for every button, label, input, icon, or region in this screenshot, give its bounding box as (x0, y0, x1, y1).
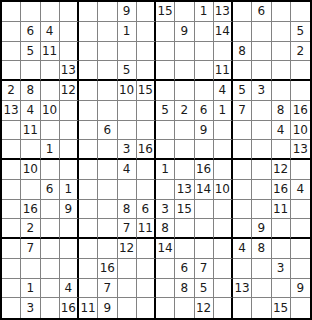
cell-r11c13[interactable] (233, 200, 252, 220)
cell-r15c8[interactable] (137, 279, 156, 299)
cell-r8c3[interactable]: 1 (41, 140, 60, 160)
cell-r16c13[interactable] (233, 298, 252, 318)
cell-r6c1[interactable]: 13 (2, 101, 21, 121)
cell-r3c16[interactable]: 2 (291, 42, 310, 62)
cell-r10c14[interactable] (252, 180, 271, 200)
cell-r4c13[interactable] (233, 61, 252, 81)
cell-r7c7[interactable] (118, 121, 137, 141)
cell-r6c2[interactable]: 4 (21, 101, 40, 121)
cell-r16c4[interactable]: 16 (60, 298, 79, 318)
cell-r14c11[interactable]: 7 (195, 259, 214, 279)
cell-r11c2[interactable]: 16 (21, 200, 40, 220)
cell-r1c1[interactable] (2, 2, 21, 22)
cell-r12c16[interactable] (291, 219, 310, 239)
cell-r15c4[interactable]: 4 (60, 279, 79, 299)
cell-r7c12[interactable] (214, 121, 233, 141)
cell-r7c1[interactable] (2, 121, 21, 141)
cell-r8c6[interactable] (98, 140, 117, 160)
cell-r16c3[interactable] (41, 298, 60, 318)
cell-r5c3[interactable] (41, 81, 60, 101)
cell-r15c10[interactable]: 8 (175, 279, 194, 299)
cell-r9c11[interactable]: 16 (195, 160, 214, 180)
cell-r16c16[interactable] (291, 298, 310, 318)
cell-r9c6[interactable] (98, 160, 117, 180)
cell-r8c9[interactable] (156, 140, 175, 160)
cell-r13c13[interactable]: 4 (233, 239, 252, 259)
cell-r3c8[interactable] (137, 42, 156, 62)
cell-r9c16[interactable] (291, 160, 310, 180)
cell-r1c9[interactable]: 15 (156, 2, 175, 22)
cell-r10c1[interactable] (2, 180, 21, 200)
cell-r3c5[interactable] (79, 42, 98, 62)
cell-r14c6[interactable]: 16 (98, 259, 117, 279)
cell-r12c7[interactable]: 7 (118, 219, 137, 239)
cell-r4c2[interactable] (21, 61, 40, 81)
cell-r14c2[interactable] (21, 259, 40, 279)
cell-r10c10[interactable]: 13 (175, 180, 194, 200)
cell-r13c8[interactable] (137, 239, 156, 259)
cell-r16c5[interactable]: 11 (79, 298, 98, 318)
cell-r15c11[interactable]: 5 (195, 279, 214, 299)
cell-r15c9[interactable] (156, 279, 175, 299)
cell-r8c10[interactable] (175, 140, 194, 160)
cell-r4c12[interactable]: 11 (214, 61, 233, 81)
cell-r10c11[interactable]: 14 (195, 180, 214, 200)
cell-r4c5[interactable] (79, 61, 98, 81)
cell-r3c4[interactable] (60, 42, 79, 62)
cell-r4c7[interactable]: 5 (118, 61, 137, 81)
cell-r4c14[interactable] (252, 61, 271, 81)
cell-r10c5[interactable] (79, 180, 98, 200)
cell-r16c1[interactable] (2, 298, 21, 318)
cell-r2c14[interactable] (252, 22, 271, 42)
cell-r3c6[interactable] (98, 42, 117, 62)
cell-r1c5[interactable] (79, 2, 98, 22)
cell-r11c11[interactable] (195, 200, 214, 220)
cell-r10c2[interactable] (21, 180, 40, 200)
cell-r11c4[interactable]: 9 (60, 200, 79, 220)
cell-r5c4[interactable]: 12 (60, 81, 79, 101)
cell-r7c10[interactable] (175, 121, 194, 141)
cell-r3c12[interactable] (214, 42, 233, 62)
cell-r6c3[interactable]: 10 (41, 101, 60, 121)
cell-r8c1[interactable] (2, 140, 21, 160)
cell-r13c16[interactable] (291, 239, 310, 259)
cell-r1c11[interactable]: 1 (195, 2, 214, 22)
cell-r8c14[interactable] (252, 140, 271, 160)
cell-r15c13[interactable]: 13 (233, 279, 252, 299)
cell-r14c10[interactable]: 6 (175, 259, 194, 279)
cell-r6c4[interactable] (60, 101, 79, 121)
cell-r4c1[interactable] (2, 61, 21, 81)
cell-r2c11[interactable] (195, 22, 214, 42)
cell-r6c16[interactable]: 16 (291, 101, 310, 121)
cell-r16c10[interactable] (175, 298, 194, 318)
cell-r12c3[interactable] (41, 219, 60, 239)
cell-r3c2[interactable]: 5 (21, 42, 40, 62)
cell-r12c8[interactable]: 11 (137, 219, 156, 239)
cell-r2c10[interactable]: 9 (175, 22, 194, 42)
cell-r13c9[interactable]: 14 (156, 239, 175, 259)
cell-r9c14[interactable] (252, 160, 271, 180)
cell-r4c16[interactable] (291, 61, 310, 81)
cell-r11c8[interactable]: 6 (137, 200, 156, 220)
cell-r11c14[interactable] (252, 200, 271, 220)
cell-r5c10[interactable] (175, 81, 194, 101)
cell-r11c9[interactable]: 3 (156, 200, 175, 220)
cell-r16c8[interactable] (137, 298, 156, 318)
cell-r9c4[interactable] (60, 160, 79, 180)
cell-r7c14[interactable] (252, 121, 271, 141)
cell-r16c12[interactable] (214, 298, 233, 318)
cell-r5c13[interactable]: 5 (233, 81, 252, 101)
cell-r8c7[interactable]: 3 (118, 140, 137, 160)
cell-r16c2[interactable]: 3 (21, 298, 40, 318)
cell-r16c15[interactable]: 15 (272, 298, 291, 318)
cell-r3c10[interactable] (175, 42, 194, 62)
cell-r6c6[interactable] (98, 101, 117, 121)
cell-r13c12[interactable] (214, 239, 233, 259)
cell-r15c15[interactable] (272, 279, 291, 299)
cell-r11c7[interactable]: 8 (118, 200, 137, 220)
cell-r7c5[interactable] (79, 121, 98, 141)
cell-r4c3[interactable] (41, 61, 60, 81)
cell-r2c3[interactable]: 4 (41, 22, 60, 42)
cell-r11c16[interactable] (291, 200, 310, 220)
cell-r2c15[interactable] (272, 22, 291, 42)
cell-r5c6[interactable] (98, 81, 117, 101)
cell-r14c5[interactable] (79, 259, 98, 279)
cell-r1c10[interactable] (175, 2, 194, 22)
sudoku-board: 9151136641914551182135112812101545313410… (0, 0, 312, 320)
cell-r8c15[interactable] (272, 140, 291, 160)
cell-r9c8[interactable] (137, 160, 156, 180)
cell-r2c5[interactable] (79, 22, 98, 42)
cell-r14c16[interactable] (291, 259, 310, 279)
cell-r5c12[interactable]: 4 (214, 81, 233, 101)
cell-r4c6[interactable] (98, 61, 117, 81)
cell-r2c13[interactable] (233, 22, 252, 42)
cell-r1c3[interactable] (41, 2, 60, 22)
cell-r4c10[interactable] (175, 61, 194, 81)
cell-r10c13[interactable] (233, 180, 252, 200)
cell-r10c6[interactable] (98, 180, 117, 200)
cell-r10c7[interactable] (118, 180, 137, 200)
cell-r7c16[interactable]: 10 (291, 121, 310, 141)
cell-r13c3[interactable] (41, 239, 60, 259)
cell-r12c15[interactable] (272, 219, 291, 239)
cell-r6c8[interactable] (137, 101, 156, 121)
cell-r5c15[interactable] (272, 81, 291, 101)
cell-r6c5[interactable] (79, 101, 98, 121)
cell-r13c10[interactable] (175, 239, 194, 259)
cell-r16c7[interactable] (118, 298, 137, 318)
cell-r7c4[interactable] (60, 121, 79, 141)
cell-r2c7[interactable]: 1 (118, 22, 137, 42)
cell-r14c3[interactable] (41, 259, 60, 279)
cell-r6c10[interactable]: 2 (175, 101, 194, 121)
cell-r14c8[interactable] (137, 259, 156, 279)
cell-r6c12[interactable]: 1 (214, 101, 233, 121)
cell-r16c6[interactable]: 9 (98, 298, 117, 318)
cell-r1c13[interactable] (233, 2, 252, 22)
cell-r14c1[interactable] (2, 259, 21, 279)
cell-r6c7[interactable] (118, 101, 137, 121)
cell-r9c7[interactable]: 4 (118, 160, 137, 180)
cell-r3c3[interactable]: 11 (41, 42, 60, 62)
cell-r6c11[interactable]: 6 (195, 101, 214, 121)
cell-r3c11[interactable] (195, 42, 214, 62)
cell-r12c13[interactable] (233, 219, 252, 239)
cell-r15c1[interactable] (2, 279, 21, 299)
cell-r11c1[interactable] (2, 200, 21, 220)
cell-r12c11[interactable] (195, 219, 214, 239)
cell-r10c9[interactable] (156, 180, 175, 200)
cell-r5c8[interactable]: 15 (137, 81, 156, 101)
cell-r16c14[interactable] (252, 298, 271, 318)
cell-r8c8[interactable]: 16 (137, 140, 156, 160)
cell-r1c7[interactable]: 9 (118, 2, 137, 22)
cell-r2c9[interactable] (156, 22, 175, 42)
cell-r2c2[interactable]: 6 (21, 22, 40, 42)
cell-r10c3[interactable]: 6 (41, 180, 60, 200)
cell-r16c9[interactable] (156, 298, 175, 318)
cell-r13c11[interactable] (195, 239, 214, 259)
cell-r13c7[interactable]: 12 (118, 239, 137, 259)
cell-r1c8[interactable] (137, 2, 156, 22)
cell-r11c12[interactable] (214, 200, 233, 220)
cell-r7c9[interactable] (156, 121, 175, 141)
cell-r14c13[interactable] (233, 259, 252, 279)
cell-r13c15[interactable] (272, 239, 291, 259)
cell-r4c11[interactable] (195, 61, 214, 81)
cell-r15c5[interactable] (79, 279, 98, 299)
cell-r9c3[interactable] (41, 160, 60, 180)
cell-r10c8[interactable] (137, 180, 156, 200)
cell-r5c16[interactable] (291, 81, 310, 101)
cell-r2c16[interactable]: 5 (291, 22, 310, 42)
cell-r13c5[interactable] (79, 239, 98, 259)
cell-r1c12[interactable]: 13 (214, 2, 233, 22)
cell-r1c2[interactable] (21, 2, 40, 22)
cell-r7c6[interactable]: 6 (98, 121, 117, 141)
cell-r8c2[interactable] (21, 140, 40, 160)
cell-r4c9[interactable] (156, 61, 175, 81)
cell-r6c13[interactable]: 7 (233, 101, 252, 121)
cell-r3c15[interactable] (272, 42, 291, 62)
cell-r13c4[interactable] (60, 239, 79, 259)
cell-r1c16[interactable] (291, 2, 310, 22)
cell-r3c7[interactable] (118, 42, 137, 62)
cell-r7c15[interactable]: 4 (272, 121, 291, 141)
cell-r1c6[interactable] (98, 2, 117, 22)
cell-r11c10[interactable]: 15 (175, 200, 194, 220)
cell-r7c8[interactable] (137, 121, 156, 141)
cell-r13c1[interactable] (2, 239, 21, 259)
cell-r15c14[interactable] (252, 279, 271, 299)
cell-r9c10[interactable] (175, 160, 194, 180)
cell-r2c6[interactable] (98, 22, 117, 42)
cell-r11c5[interactable] (79, 200, 98, 220)
cell-r16c11[interactable]: 12 (195, 298, 214, 318)
cell-r9c15[interactable]: 12 (272, 160, 291, 180)
cell-r10c4[interactable]: 1 (60, 180, 79, 200)
cell-r4c4[interactable]: 13 (60, 61, 79, 81)
cell-r8c12[interactable] (214, 140, 233, 160)
cell-r11c3[interactable] (41, 200, 60, 220)
cell-r11c15[interactable]: 11 (272, 200, 291, 220)
cell-r12c6[interactable] (98, 219, 117, 239)
cell-r3c13[interactable]: 8 (233, 42, 252, 62)
cell-r2c1[interactable] (2, 22, 21, 42)
cell-r12c1[interactable] (2, 219, 21, 239)
cell-r1c15[interactable] (272, 2, 291, 22)
cell-r15c16[interactable]: 9 (291, 279, 310, 299)
cell-r6c14[interactable] (252, 101, 271, 121)
cell-r3c14[interactable] (252, 42, 271, 62)
cell-r12c5[interactable] (79, 219, 98, 239)
cell-r15c7[interactable] (118, 279, 137, 299)
cell-r5c2[interactable]: 8 (21, 81, 40, 101)
cell-r10c16[interactable]: 4 (291, 180, 310, 200)
cell-r5c9[interactable] (156, 81, 175, 101)
cell-r8c5[interactable] (79, 140, 98, 160)
cell-r12c4[interactable] (60, 219, 79, 239)
cell-r6c9[interactable]: 5 (156, 101, 175, 121)
cell-r4c15[interactable] (272, 61, 291, 81)
cell-r9c2[interactable]: 10 (21, 160, 40, 180)
cell-r15c3[interactable] (41, 279, 60, 299)
cell-r13c2[interactable]: 7 (21, 239, 40, 259)
cell-r12c12[interactable] (214, 219, 233, 239)
cell-r10c15[interactable]: 16 (272, 180, 291, 200)
cell-r8c13[interactable] (233, 140, 252, 160)
cell-r15c12[interactable] (214, 279, 233, 299)
cell-r8c4[interactable] (60, 140, 79, 160)
cell-r6c15[interactable]: 8 (272, 101, 291, 121)
cell-r9c5[interactable] (79, 160, 98, 180)
cell-r4c8[interactable] (137, 61, 156, 81)
cell-r8c16[interactable]: 13 (291, 140, 310, 160)
cell-r10c12[interactable]: 10 (214, 180, 233, 200)
cell-r12c2[interactable]: 2 (21, 219, 40, 239)
cell-r14c15[interactable]: 3 (272, 259, 291, 279)
cell-r15c6[interactable]: 7 (98, 279, 117, 299)
cell-r5c5[interactable] (79, 81, 98, 101)
cell-r7c11[interactable]: 9 (195, 121, 214, 141)
cell-r7c13[interactable] (233, 121, 252, 141)
cell-r3c1[interactable] (2, 42, 21, 62)
cell-r9c12[interactable] (214, 160, 233, 180)
cell-r14c4[interactable] (60, 259, 79, 279)
cell-r13c6[interactable] (98, 239, 117, 259)
cell-r7c2[interactable]: 11 (21, 121, 40, 141)
cell-r5c7[interactable]: 10 (118, 81, 137, 101)
cell-r2c4[interactable] (60, 22, 79, 42)
cell-r1c14[interactable]: 6 (252, 2, 271, 22)
cell-r14c9[interactable] (156, 259, 175, 279)
cell-r14c7[interactable] (118, 259, 137, 279)
cell-r3c9[interactable] (156, 42, 175, 62)
cell-r9c13[interactable] (233, 160, 252, 180)
cell-r8c11[interactable] (195, 140, 214, 160)
cell-r2c8[interactable] (137, 22, 156, 42)
cell-r12c10[interactable] (175, 219, 194, 239)
cell-r15c2[interactable]: 1 (21, 279, 40, 299)
cell-r13c14[interactable]: 8 (252, 239, 271, 259)
cell-r5c1[interactable]: 2 (2, 81, 21, 101)
cell-r14c14[interactable] (252, 259, 271, 279)
cell-r5c14[interactable]: 3 (252, 81, 271, 101)
cell-r11c6[interactable] (98, 200, 117, 220)
cell-r14c12[interactable] (214, 259, 233, 279)
cell-r7c3[interactable] (41, 121, 60, 141)
cell-r2c12[interactable]: 14 (214, 22, 233, 42)
cell-r1c4[interactable] (60, 2, 79, 22)
cell-r12c14[interactable]: 9 (252, 219, 271, 239)
cell-r9c1[interactable] (2, 160, 21, 180)
cell-r12c9[interactable]: 8 (156, 219, 175, 239)
cell-r5c11[interactable] (195, 81, 214, 101)
cell-r9c9[interactable]: 1 (156, 160, 175, 180)
